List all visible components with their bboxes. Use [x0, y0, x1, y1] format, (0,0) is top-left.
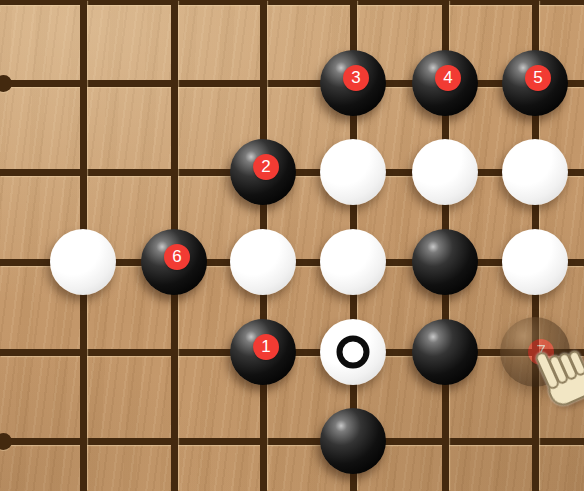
move-number-badge-5: 5 — [525, 65, 551, 91]
move-number-badge-1: 1 — [253, 334, 279, 360]
circle-marker — [337, 336, 370, 369]
stone-black-move-3: 3 — [320, 50, 386, 116]
stone-black — [320, 408, 386, 474]
stone-black-move-4: 4 — [412, 50, 478, 116]
stone-white — [50, 229, 116, 295]
move-number-badge-6: 6 — [164, 244, 190, 270]
stone-black-move-2: 2 — [230, 139, 296, 205]
stone-white — [320, 319, 386, 385]
stone-white — [320, 139, 386, 205]
move-number-badge-2: 2 — [253, 154, 279, 180]
stone-black — [412, 229, 478, 295]
stone-white — [502, 139, 568, 205]
stone-white — [502, 229, 568, 295]
move-number-badge-3: 3 — [343, 65, 369, 91]
stone-black — [412, 319, 478, 385]
stone-black-move-5: 5 — [502, 50, 568, 116]
gomoku-board[interactable]: 3452617 — [0, 0, 584, 491]
move-number-badge-4: 4 — [435, 65, 461, 91]
stone-black-move-1: 1 — [230, 319, 296, 385]
stone-black-move-6: 6 — [141, 229, 207, 295]
stones-layer: 3452617 — [0, 0, 584, 491]
stone-white — [320, 229, 386, 295]
stone-white — [412, 139, 478, 205]
stone-white — [230, 229, 296, 295]
